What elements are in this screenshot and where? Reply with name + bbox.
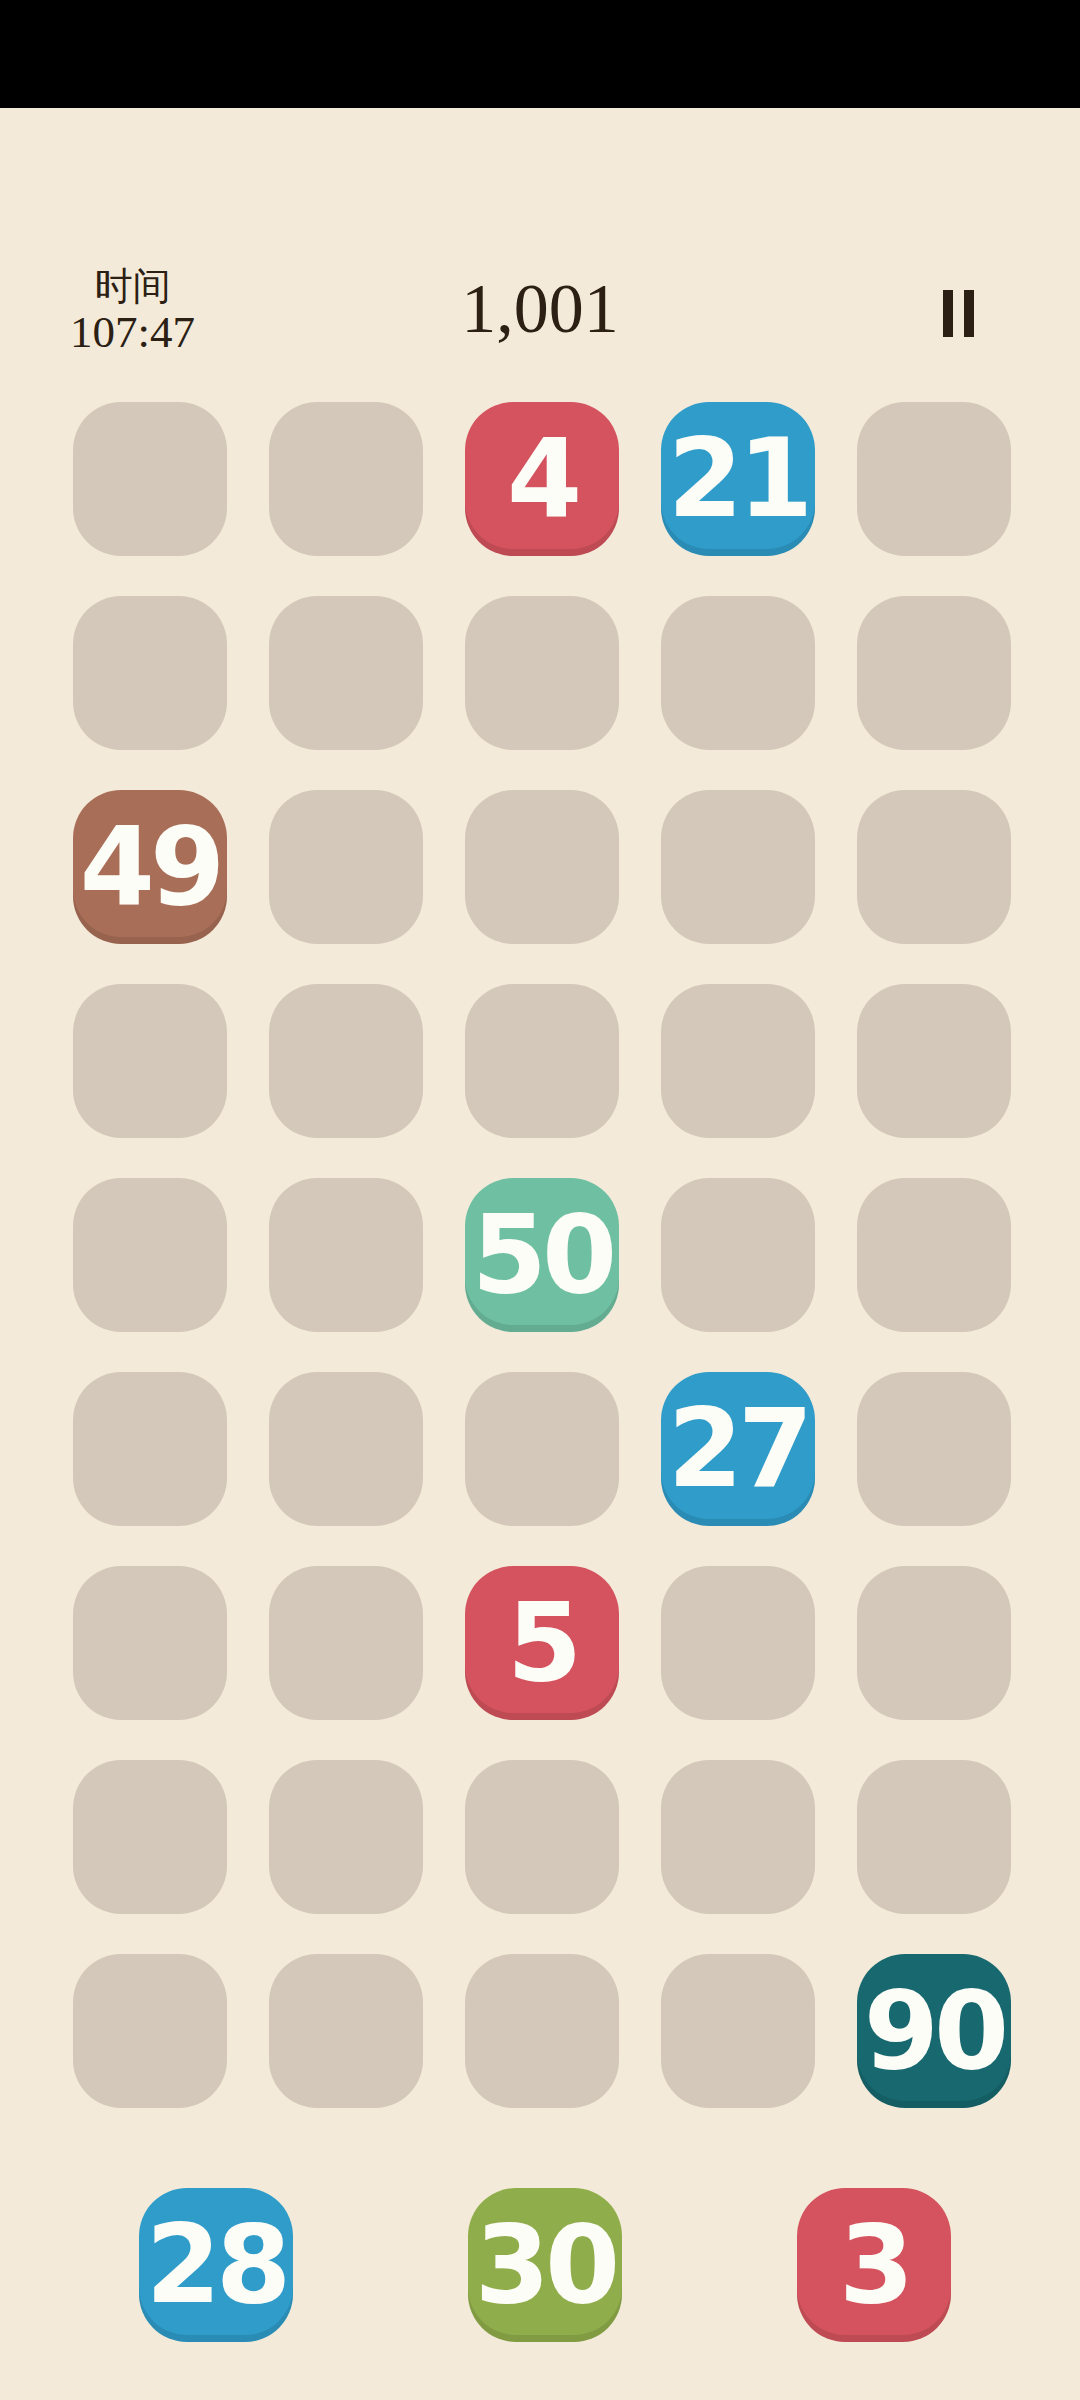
- board-cell-r8c1[interactable]: [73, 1760, 227, 1914]
- board-cell-r7c4[interactable]: [661, 1566, 815, 1720]
- board-cell-r8c2[interactable]: [269, 1760, 423, 1914]
- board-cell-r5c5[interactable]: [857, 1178, 1011, 1332]
- board-cell-r3c2[interactable]: [269, 790, 423, 944]
- board: 421495027590: [73, 402, 1011, 2108]
- queue-tile-30[interactable]: 30: [468, 2188, 622, 2342]
- tile-90[interactable]: 90: [857, 1954, 1011, 2108]
- board-cell-r5c4[interactable]: [661, 1178, 815, 1332]
- board-cell-r6c1[interactable]: [73, 1372, 227, 1526]
- board-cell-r7c5[interactable]: [857, 1566, 1011, 1720]
- queue-tile-28[interactable]: 28: [139, 2188, 293, 2342]
- status-bar: [0, 0, 1080, 108]
- pause-button[interactable]: [928, 278, 988, 348]
- board-cell-r2c5[interactable]: [857, 596, 1011, 750]
- board-cell-r6c3[interactable]: [465, 1372, 619, 1526]
- board-cell-r5c1[interactable]: [73, 1178, 227, 1332]
- board-cell-r9c3[interactable]: [465, 1954, 619, 2108]
- board-cell-r8c5[interactable]: [857, 1760, 1011, 1914]
- board-cell-r3c5[interactable]: [857, 790, 1011, 944]
- queue-tile-3[interactable]: 3: [797, 2188, 951, 2342]
- board-cell-r2c3[interactable]: [465, 596, 619, 750]
- board-cell-r9c2[interactable]: [269, 1954, 423, 2108]
- board-cell-r2c1[interactable]: [73, 596, 227, 750]
- board-cell-r3c4[interactable]: [661, 790, 815, 944]
- tile-4[interactable]: 4: [465, 402, 619, 556]
- tile-21[interactable]: 21: [661, 402, 815, 556]
- board-cell-r1c1[interactable]: [73, 402, 227, 556]
- board-cell-r4c3[interactable]: [465, 984, 619, 1138]
- game-screen: 时间 107:47 1,001 421495027590 28303: [0, 0, 1080, 2400]
- board-cell-r8c3[interactable]: [465, 1760, 619, 1914]
- board-cell-r4c2[interactable]: [269, 984, 423, 1138]
- board-cell-r2c4[interactable]: [661, 596, 815, 750]
- tile-49[interactable]: 49: [73, 790, 227, 944]
- board-cell-r9c1[interactable]: [73, 1954, 227, 2108]
- board-cell-r4c4[interactable]: [661, 984, 815, 1138]
- board-cell-r4c1[interactable]: [73, 984, 227, 1138]
- next-queue: 28303: [139, 2188, 951, 2342]
- board-cell-r1c5[interactable]: [857, 402, 1011, 556]
- tile-5[interactable]: 5: [465, 1566, 619, 1720]
- tile-50[interactable]: 50: [465, 1178, 619, 1332]
- score-value: 1,001: [0, 272, 1080, 346]
- board-cell-r9c4[interactable]: [661, 1954, 815, 2108]
- board-cell-r5c2[interactable]: [269, 1178, 423, 1332]
- board-cell-r2c2[interactable]: [269, 596, 423, 750]
- board-cell-r7c1[interactable]: [73, 1566, 227, 1720]
- pause-icon: [943, 290, 974, 337]
- tile-27[interactable]: 27: [661, 1372, 815, 1526]
- board-cell-r3c3[interactable]: [465, 790, 619, 944]
- board-cell-r6c2[interactable]: [269, 1372, 423, 1526]
- board-cell-r6c5[interactable]: [857, 1372, 1011, 1526]
- board-cell-r7c2[interactable]: [269, 1566, 423, 1720]
- board-cell-r8c4[interactable]: [661, 1760, 815, 1914]
- board-cell-r4c5[interactable]: [857, 984, 1011, 1138]
- board-cell-r1c2[interactable]: [269, 402, 423, 556]
